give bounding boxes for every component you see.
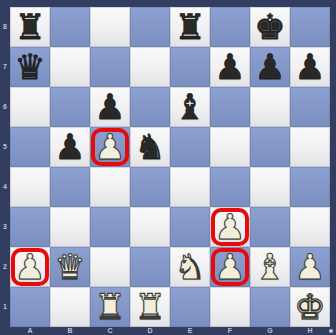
- square-a6[interactable]: [10, 87, 50, 127]
- square-c4[interactable]: [90, 167, 130, 207]
- square-c6[interactable]: ♟: [90, 87, 130, 127]
- square-h1[interactable]: ♚: [290, 287, 330, 327]
- black-knight[interactable]: ♞: [134, 127, 165, 167]
- square-g6[interactable]: [250, 87, 290, 127]
- square-b8[interactable]: [50, 7, 90, 47]
- chess-board: ♜♜♚♛♟♟♟♟♝♟♟♞♟♟♛♞♟♝♟♜♜♚: [10, 7, 330, 327]
- square-c2[interactable]: [90, 247, 130, 287]
- square-a3[interactable]: [10, 207, 50, 247]
- white-rook[interactable]: ♜: [134, 287, 165, 327]
- square-c1[interactable]: ♜: [90, 287, 130, 327]
- square-d2[interactable]: [130, 247, 170, 287]
- square-e7[interactable]: [170, 47, 210, 87]
- white-pawn[interactable]: ♟: [294, 247, 325, 287]
- black-pawn[interactable]: ♟: [254, 47, 285, 87]
- file-label-g: G: [250, 327, 290, 335]
- square-c8[interactable]: [90, 7, 130, 47]
- square-g4[interactable]: [250, 167, 290, 207]
- square-h4[interactable]: [290, 167, 330, 207]
- square-e6[interactable]: ♝: [170, 87, 210, 127]
- square-b2[interactable]: ♛: [50, 247, 90, 287]
- square-f1[interactable]: [210, 287, 250, 327]
- square-d8[interactable]: [130, 7, 170, 47]
- white-pawn[interactable]: ♟: [94, 127, 125, 167]
- square-g8[interactable]: ♚: [250, 7, 290, 47]
- square-e1[interactable]: [170, 287, 210, 327]
- square-f5[interactable]: [210, 127, 250, 167]
- board-frame: 8 7 6 5 4 3 2 1 ♜♜♚♛♟♟♟♟♝♟♟♞♟♟♛♞♟♝♟♜♜♚ A…: [0, 0, 336, 335]
- square-h6[interactable]: [290, 87, 330, 127]
- square-h3[interactable]: [290, 207, 330, 247]
- rank-label-6: 6: [0, 87, 10, 127]
- square-b5[interactable]: ♟: [50, 127, 90, 167]
- square-g2[interactable]: ♝: [250, 247, 290, 287]
- square-b7[interactable]: [50, 47, 90, 87]
- black-rook[interactable]: ♜: [14, 7, 45, 47]
- square-f2[interactable]: ♟: [210, 247, 250, 287]
- square-a1[interactable]: [10, 287, 50, 327]
- file-label-d: D: [130, 327, 170, 335]
- black-pawn[interactable]: ♟: [294, 47, 325, 87]
- square-f7[interactable]: ♟: [210, 47, 250, 87]
- white-king[interactable]: ♚: [294, 287, 325, 327]
- black-pawn[interactable]: ♟: [214, 47, 245, 87]
- square-b6[interactable]: [50, 87, 90, 127]
- square-b3[interactable]: [50, 207, 90, 247]
- square-b1[interactable]: [50, 287, 90, 327]
- file-label-a: A: [10, 327, 50, 335]
- rank-label-5: 5: [0, 127, 10, 167]
- rank-label-3: 3: [0, 207, 10, 247]
- square-h8[interactable]: [290, 7, 330, 47]
- square-a4[interactable]: [10, 167, 50, 207]
- white-pawn[interactable]: ♟: [14, 247, 45, 287]
- black-king[interactable]: ♚: [254, 7, 285, 47]
- square-g1[interactable]: [250, 287, 290, 327]
- square-g5[interactable]: [250, 127, 290, 167]
- square-e2[interactable]: ♞: [170, 247, 210, 287]
- rank-label-4: 4: [0, 167, 10, 207]
- square-d5[interactable]: ♞: [130, 127, 170, 167]
- rank-label-1: 1: [0, 287, 10, 327]
- square-d3[interactable]: [130, 207, 170, 247]
- white-queen[interactable]: ♛: [54, 247, 85, 287]
- file-label-h: H: [290, 327, 330, 335]
- square-e3[interactable]: [170, 207, 210, 247]
- corner-dot: [329, 329, 333, 333]
- square-f4[interactable]: [210, 167, 250, 207]
- square-h5[interactable]: [290, 127, 330, 167]
- square-c5[interactable]: ♟: [90, 127, 130, 167]
- black-rook[interactable]: ♜: [174, 7, 205, 47]
- white-knight[interactable]: ♞: [174, 247, 205, 287]
- square-b4[interactable]: [50, 167, 90, 207]
- square-c7[interactable]: [90, 47, 130, 87]
- white-pawn[interactable]: ♟: [214, 247, 245, 287]
- square-a5[interactable]: [10, 127, 50, 167]
- rank-label-2: 2: [0, 247, 10, 287]
- square-a8[interactable]: ♜: [10, 7, 50, 47]
- square-e5[interactable]: [170, 127, 210, 167]
- square-f8[interactable]: [210, 7, 250, 47]
- square-d7[interactable]: [130, 47, 170, 87]
- square-d1[interactable]: ♜: [130, 287, 170, 327]
- rank-label-7: 7: [0, 47, 10, 87]
- square-d4[interactable]: [130, 167, 170, 207]
- file-label-f: F: [210, 327, 250, 335]
- square-f6[interactable]: [210, 87, 250, 127]
- square-e4[interactable]: [170, 167, 210, 207]
- rank-labels: 8 7 6 5 4 3 2 1: [0, 7, 10, 327]
- file-label-b: B: [50, 327, 90, 335]
- square-g3[interactable]: [250, 207, 290, 247]
- square-a7[interactable]: ♛: [10, 47, 50, 87]
- black-pawn[interactable]: ♟: [94, 87, 125, 127]
- white-rook[interactable]: ♜: [94, 287, 125, 327]
- white-bishop[interactable]: ♝: [254, 247, 285, 287]
- square-c3[interactable]: [90, 207, 130, 247]
- black-pawn[interactable]: ♟: [54, 127, 85, 167]
- black-bishop[interactable]: ♝: [174, 87, 205, 127]
- square-f3[interactable]: ♟: [210, 207, 250, 247]
- black-queen[interactable]: ♛: [14, 47, 45, 87]
- square-d6[interactable]: [130, 87, 170, 127]
- file-labels: A B C D E F G H: [10, 327, 330, 335]
- rank-label-8: 8: [0, 7, 10, 47]
- file-label-c: C: [90, 327, 130, 335]
- square-g7[interactable]: ♟: [250, 47, 290, 87]
- square-e8[interactable]: ♜: [170, 7, 210, 47]
- square-a2[interactable]: ♟: [10, 247, 50, 287]
- square-h2[interactable]: ♟: [290, 247, 330, 287]
- square-h7[interactable]: ♟: [290, 47, 330, 87]
- file-label-e: E: [170, 327, 210, 335]
- white-pawn[interactable]: ♟: [214, 207, 245, 247]
